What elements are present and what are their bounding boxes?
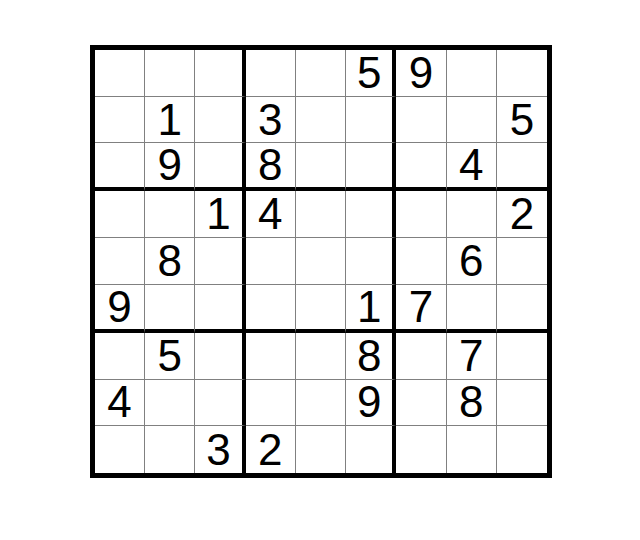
cell-r1c4-empty[interactable] xyxy=(246,50,296,97)
cell-r5c8-given[interactable]: 6 xyxy=(447,238,497,285)
cell-r2c9-given[interactable]: 5 xyxy=(497,97,547,144)
cell-r9c8-empty[interactable] xyxy=(447,426,497,473)
cell-r1c6-given[interactable]: 5 xyxy=(346,50,396,97)
cell-r2c6-empty[interactable] xyxy=(346,97,396,144)
cell-r8c7-empty[interactable] xyxy=(396,380,446,427)
cell-r9c1-empty[interactable] xyxy=(95,426,145,473)
cell-r6c8-empty[interactable] xyxy=(447,285,497,333)
cell-r3c5-empty[interactable] xyxy=(296,143,346,191)
cell-r4c6-empty[interactable] xyxy=(346,191,396,238)
cell-r7c7-empty[interactable] xyxy=(396,333,446,380)
page-background: 591359841428691758749832 xyxy=(0,0,640,540)
cell-r9c3-given[interactable]: 3 xyxy=(195,426,245,473)
cell-r7c1-empty[interactable] xyxy=(95,333,145,380)
cell-r9c4-given[interactable]: 2 xyxy=(246,426,296,473)
cell-r1c9-empty[interactable] xyxy=(497,50,547,97)
cell-r2c5-empty[interactable] xyxy=(296,97,346,144)
cell-r4c5-empty[interactable] xyxy=(296,191,346,238)
cell-r1c1-empty[interactable] xyxy=(95,50,145,97)
cell-r8c8-given[interactable]: 8 xyxy=(447,380,497,427)
cell-r7c5-empty[interactable] xyxy=(296,333,346,380)
cell-r8c4-empty[interactable] xyxy=(246,380,296,427)
cell-r8c5-empty[interactable] xyxy=(296,380,346,427)
cell-r6c5-empty[interactable] xyxy=(296,285,346,333)
cell-r8c2-empty[interactable] xyxy=(145,380,195,427)
cell-r3c8-given[interactable]: 4 xyxy=(447,143,497,191)
cell-r9c6-empty[interactable] xyxy=(346,426,396,473)
cell-r6c6-given[interactable]: 1 xyxy=(346,285,396,333)
cell-r9c9-empty[interactable] xyxy=(497,426,547,473)
cell-r3c4-given[interactable]: 8 xyxy=(246,143,296,191)
cell-r5c7-empty[interactable] xyxy=(396,238,446,285)
cell-r3c1-empty[interactable] xyxy=(95,143,145,191)
cell-r3c3-empty[interactable] xyxy=(195,143,245,191)
cell-r9c7-empty[interactable] xyxy=(396,426,446,473)
cell-r5c1-empty[interactable] xyxy=(95,238,145,285)
cell-r5c6-empty[interactable] xyxy=(346,238,396,285)
cell-r6c3-empty[interactable] xyxy=(195,285,245,333)
cell-r3c9-empty[interactable] xyxy=(497,143,547,191)
cell-r4c2-empty[interactable] xyxy=(145,191,195,238)
cell-r4c4-given[interactable]: 4 xyxy=(246,191,296,238)
cell-r9c2-empty[interactable] xyxy=(145,426,195,473)
cell-r7c3-empty[interactable] xyxy=(195,333,245,380)
cell-r4c7-empty[interactable] xyxy=(396,191,446,238)
cell-r8c6-given[interactable]: 9 xyxy=(346,380,396,427)
cell-r8c9-empty[interactable] xyxy=(497,380,547,427)
cell-r7c2-given[interactable]: 5 xyxy=(145,333,195,380)
cell-r5c9-empty[interactable] xyxy=(497,238,547,285)
cell-r6c9-empty[interactable] xyxy=(497,285,547,333)
cell-r8c3-empty[interactable] xyxy=(195,380,245,427)
cell-r4c1-empty[interactable] xyxy=(95,191,145,238)
cell-r1c3-empty[interactable] xyxy=(195,50,245,97)
cell-r1c8-empty[interactable] xyxy=(447,50,497,97)
cell-r7c6-given[interactable]: 8 xyxy=(346,333,396,380)
cell-r1c2-empty[interactable] xyxy=(145,50,195,97)
cell-r1c5-empty[interactable] xyxy=(296,50,346,97)
cell-r7c9-empty[interactable] xyxy=(497,333,547,380)
cell-r3c2-given[interactable]: 9 xyxy=(145,143,195,191)
cell-r4c8-empty[interactable] xyxy=(447,191,497,238)
cell-r6c7-given[interactable]: 7 xyxy=(396,285,446,333)
cell-r1c7-given[interactable]: 9 xyxy=(396,50,446,97)
cell-r7c8-given[interactable]: 7 xyxy=(447,333,497,380)
cell-r2c2-given[interactable]: 1 xyxy=(145,97,195,144)
cell-r2c3-empty[interactable] xyxy=(195,97,245,144)
cell-r4c3-given[interactable]: 1 xyxy=(195,191,245,238)
cell-r7c4-empty[interactable] xyxy=(246,333,296,380)
cell-r5c3-empty[interactable] xyxy=(195,238,245,285)
cell-r5c5-empty[interactable] xyxy=(296,238,346,285)
cell-r2c1-empty[interactable] xyxy=(95,97,145,144)
cell-r3c6-empty[interactable] xyxy=(346,143,396,191)
sudoku-board: 591359841428691758749832 xyxy=(90,45,552,478)
cell-r2c4-given[interactable]: 3 xyxy=(246,97,296,144)
cell-r6c2-empty[interactable] xyxy=(145,285,195,333)
cell-r2c7-empty[interactable] xyxy=(396,97,446,144)
cell-r5c4-empty[interactable] xyxy=(246,238,296,285)
cell-r6c4-empty[interactable] xyxy=(246,285,296,333)
cell-r3c7-empty[interactable] xyxy=(396,143,446,191)
cell-r4c9-given[interactable]: 2 xyxy=(497,191,547,238)
cell-r5c2-given[interactable]: 8 xyxy=(145,238,195,285)
cell-r9c5-empty[interactable] xyxy=(296,426,346,473)
cell-r2c8-empty[interactable] xyxy=(447,97,497,144)
cell-r8c1-given[interactable]: 4 xyxy=(95,380,145,427)
cell-r6c1-given[interactable]: 9 xyxy=(95,285,145,333)
